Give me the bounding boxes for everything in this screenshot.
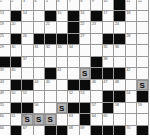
clue-number: 47 bbox=[103, 80, 107, 84]
cell-r1c6 bbox=[68, 11, 79, 22]
clue-number: 38 bbox=[103, 57, 107, 61]
cell-r7c7 bbox=[80, 80, 91, 91]
cell-r3c12[interactable] bbox=[137, 34, 148, 45]
cell-r7c2 bbox=[22, 80, 33, 91]
cell-r7c0[interactable]: 43 bbox=[0, 80, 10, 91]
cell-r4c7[interactable] bbox=[80, 45, 91, 56]
cell-r1c5[interactable]: 15 bbox=[57, 11, 68, 22]
cell-r1c2[interactable]: 14 bbox=[22, 11, 33, 22]
clue-number: 55 bbox=[0, 103, 4, 107]
cell-r2c9[interactable] bbox=[103, 22, 114, 33]
cell-r3c3 bbox=[34, 34, 45, 45]
cell-r9c4[interactable] bbox=[45, 103, 56, 114]
cell-r4c0[interactable]: 29 bbox=[0, 45, 10, 56]
clue-number: 22 bbox=[80, 22, 84, 26]
clue-number: 13 bbox=[0, 11, 4, 15]
cell-r6c5[interactable]: 41 bbox=[57, 68, 68, 79]
cell-r11c0[interactable]: 66 bbox=[0, 126, 10, 136]
cell-r1c11[interactable]: 18 bbox=[126, 11, 137, 22]
cell-r4c5[interactable]: 33 bbox=[57, 45, 68, 56]
cell-r4c11[interactable] bbox=[126, 45, 137, 56]
cell-r0c11[interactable]: 11 bbox=[126, 0, 137, 10]
cell-r7c6 bbox=[68, 80, 79, 91]
cell-r3c4 bbox=[45, 34, 56, 45]
cell-r11c11[interactable]: 70 bbox=[126, 126, 137, 136]
clue-number: 50 bbox=[11, 91, 15, 95]
cell-r1c4 bbox=[45, 11, 56, 22]
clue-number: 29 bbox=[0, 45, 4, 49]
clue-number: 4 bbox=[34, 0, 36, 3]
cell-r6c12[interactable] bbox=[137, 68, 148, 79]
cell-r6c8 bbox=[91, 68, 102, 79]
clue-number: 16 bbox=[80, 11, 84, 15]
cell-r7c11[interactable] bbox=[126, 80, 137, 91]
cell-r11c12 bbox=[137, 126, 148, 136]
cell-r10c6[interactable]: 63 bbox=[68, 114, 79, 125]
cell-r4c10[interactable]: 36 bbox=[114, 45, 125, 56]
clue-number: 53 bbox=[80, 91, 84, 95]
clue-number: 48 bbox=[115, 80, 119, 84]
cell-r7c12[interactable]: S bbox=[137, 80, 148, 91]
cell-r11c2[interactable]: 67 bbox=[22, 126, 33, 136]
cell-r9c7 bbox=[80, 103, 91, 114]
clue-number: 56 bbox=[34, 103, 38, 107]
clue-number: 41 bbox=[57, 68, 61, 72]
cell-r4c6[interactable]: 34 bbox=[68, 45, 79, 56]
clue-number: 60 bbox=[0, 114, 4, 118]
clue-number: 23 bbox=[92, 22, 96, 26]
clue-number: 10 bbox=[103, 0, 107, 3]
cell-r8c2[interactable]: 51 bbox=[22, 91, 33, 102]
cell-r8c8[interactable] bbox=[91, 91, 102, 102]
clue-number: 37 bbox=[23, 57, 27, 61]
cell-r9c5[interactable]: S bbox=[57, 103, 68, 114]
entered-letter: S bbox=[48, 115, 53, 125]
cell-r0c8[interactable]: 9 bbox=[91, 0, 102, 10]
cell-r0c10 bbox=[114, 0, 125, 10]
cell-r8c9 bbox=[103, 91, 114, 102]
clue-number: 6 bbox=[57, 0, 59, 3]
cell-r9c2 bbox=[22, 103, 33, 114]
cell-r3c6 bbox=[68, 34, 79, 45]
cell-r10c9[interactable]: 65 bbox=[103, 114, 114, 125]
cell-r3c8[interactable] bbox=[91, 34, 102, 45]
cell-r5c8 bbox=[91, 57, 102, 68]
cell-r6c6[interactable] bbox=[68, 68, 79, 79]
entered-letter: S bbox=[140, 80, 145, 90]
cell-r11c10 bbox=[114, 126, 125, 136]
cell-r3c7[interactable]: 27 bbox=[80, 34, 91, 45]
cell-r1c0[interactable]: 13 bbox=[0, 11, 10, 22]
cell-r2c4[interactable]: 21 bbox=[45, 22, 56, 33]
cell-r8c3[interactable] bbox=[34, 91, 45, 102]
cell-r5c12[interactable] bbox=[137, 57, 148, 68]
cell-r5c9[interactable]: 38 bbox=[103, 57, 114, 68]
clue-number: 58 bbox=[115, 103, 119, 107]
clue-number: 64 bbox=[92, 114, 96, 118]
cell-r4c3[interactable]: 31 bbox=[34, 45, 45, 56]
cell-r7c3[interactable]: 44 bbox=[34, 80, 45, 91]
cell-r11c8 bbox=[91, 126, 102, 136]
cell-r11c1 bbox=[11, 126, 22, 136]
cell-r9c10[interactable]: 58 bbox=[114, 103, 125, 114]
cell-r11c9 bbox=[103, 126, 114, 136]
clue-number: 3 bbox=[23, 0, 25, 3]
entered-letter: S bbox=[25, 115, 30, 125]
cell-r2c1[interactable]: 20 bbox=[11, 22, 22, 33]
clue-number: 30 bbox=[11, 45, 15, 49]
clue-number: 49 bbox=[0, 91, 4, 95]
cell-r2c11[interactable] bbox=[126, 22, 137, 33]
clue-number: 20 bbox=[11, 22, 15, 26]
clue-number: 18 bbox=[126, 11, 130, 15]
cell-r4c4[interactable]: 32 bbox=[45, 45, 56, 56]
clue-number: 1 bbox=[0, 0, 2, 3]
clue-number: 32 bbox=[46, 45, 50, 49]
cell-r3c10 bbox=[114, 34, 125, 45]
clue-number: 34 bbox=[69, 45, 73, 49]
clue-number: 14 bbox=[23, 11, 27, 15]
cell-r1c8 bbox=[91, 11, 102, 22]
cell-r8c5[interactable] bbox=[57, 91, 68, 102]
cell-r0c0[interactable]: 1 bbox=[0, 0, 10, 10]
clue-number: 44 bbox=[34, 80, 38, 84]
clue-number: 27 bbox=[80, 34, 84, 38]
clue-number: 25 bbox=[0, 34, 4, 38]
cell-r6c3[interactable] bbox=[34, 68, 45, 79]
cell-r8c6[interactable]: 52 bbox=[68, 91, 79, 102]
cell-r3c1 bbox=[11, 34, 22, 45]
cell-r9c9 bbox=[103, 103, 114, 114]
cell-r10c11[interactable] bbox=[126, 114, 137, 125]
cell-r5c6[interactable] bbox=[68, 57, 79, 68]
clue-number: 24 bbox=[115, 22, 119, 26]
cell-r8c11[interactable]: 54 bbox=[126, 91, 137, 102]
cell-r6c2[interactable] bbox=[22, 68, 33, 79]
clue-number: 42 bbox=[126, 68, 130, 72]
cell-r10c5[interactable] bbox=[57, 114, 68, 125]
cell-r2c3[interactable] bbox=[34, 22, 45, 33]
clue-number: 43 bbox=[0, 80, 4, 84]
cell-r5c1 bbox=[11, 57, 22, 68]
clue-number: 5 bbox=[46, 0, 48, 3]
cell-r5c0 bbox=[0, 57, 10, 68]
cell-r10c12[interactable] bbox=[137, 114, 148, 125]
cell-r10c0[interactable]: 60 bbox=[0, 114, 10, 125]
cell-r0c6[interactable]: 7 bbox=[68, 0, 79, 10]
clue-number: 52 bbox=[69, 91, 73, 95]
cell-r6c1[interactable]: 40 bbox=[11, 68, 22, 79]
cell-r5c3[interactable] bbox=[34, 57, 45, 68]
cell-r9c8[interactable]: 57 bbox=[91, 103, 102, 114]
cell-r5c10[interactable] bbox=[114, 57, 125, 68]
cell-r8c0[interactable]: 49 bbox=[0, 91, 10, 102]
cell-r7c5[interactable] bbox=[57, 80, 68, 91]
clue-number: 21 bbox=[46, 22, 50, 26]
cell-r10c7 bbox=[80, 114, 91, 125]
cell-r0c4[interactable]: 5 bbox=[45, 0, 56, 10]
clue-number: 67 bbox=[23, 126, 27, 130]
cell-r4c12[interactable] bbox=[137, 45, 148, 56]
cell-r0c9[interactable]: 10 bbox=[103, 0, 114, 10]
clue-number: 54 bbox=[126, 91, 130, 95]
cell-r5c5[interactable] bbox=[57, 57, 68, 68]
cell-r1c10 bbox=[114, 11, 125, 22]
cell-r2c7[interactable]: 22 bbox=[80, 22, 91, 33]
clue-number: 7 bbox=[69, 0, 71, 3]
cell-r3c11[interactable]: 28 bbox=[126, 34, 137, 45]
cell-r2c2[interactable] bbox=[22, 22, 33, 33]
cell-r9c11[interactable] bbox=[126, 103, 137, 114]
cell-r2c5[interactable] bbox=[57, 22, 68, 33]
cell-r5c11[interactable] bbox=[126, 57, 137, 68]
cell-r2c12[interactable] bbox=[137, 22, 148, 33]
entered-letter: S bbox=[59, 103, 64, 113]
cell-r5c2[interactable]: 37 bbox=[22, 57, 33, 68]
cell-r1c9[interactable]: 17 bbox=[103, 11, 114, 22]
clue-number: 39 bbox=[0, 68, 4, 72]
cell-r5c7[interactable] bbox=[80, 57, 91, 68]
clue-number: 46 bbox=[92, 80, 96, 84]
cell-r0c2[interactable]: 3 bbox=[22, 0, 33, 10]
cell-r0c12[interactable]: 12 bbox=[137, 0, 148, 10]
cell-r7c1 bbox=[11, 80, 22, 91]
cell-r6c10 bbox=[114, 68, 125, 79]
clue-number: 51 bbox=[23, 91, 27, 95]
cell-r7c9[interactable]: 47 bbox=[103, 80, 114, 91]
cell-r11c3[interactable] bbox=[34, 126, 45, 136]
cell-r7c4[interactable]: 45 bbox=[45, 80, 56, 91]
cell-r10c10[interactable] bbox=[114, 114, 125, 125]
cell-r9c0[interactable]: 55 bbox=[0, 103, 10, 114]
clue-number: 59 bbox=[138, 103, 142, 107]
clue-number: 63 bbox=[69, 114, 73, 118]
clue-number: 40 bbox=[11, 68, 15, 72]
cell-r9c12[interactable]: 59 bbox=[137, 103, 148, 114]
cell-r4c1[interactable]: 30 bbox=[11, 45, 22, 56]
cell-r3c5 bbox=[57, 34, 68, 45]
cell-r6c4 bbox=[45, 68, 56, 79]
clue-number: 26 bbox=[23, 34, 27, 38]
crossword-grid: 1234567891011121314151617181920212223242… bbox=[0, 0, 149, 135]
cell-r2c6 bbox=[68, 22, 79, 33]
cell-r4c9[interactable]: 35 bbox=[103, 45, 114, 56]
clue-number: 66 bbox=[0, 126, 4, 130]
cell-r10c4[interactable]: S bbox=[45, 114, 56, 125]
clue-number: 2 bbox=[11, 0, 13, 3]
cell-r4c2[interactable] bbox=[22, 45, 33, 56]
cell-r8c10 bbox=[114, 91, 125, 102]
clue-number: 35 bbox=[103, 45, 107, 49]
cell-r0c7[interactable]: 8 bbox=[80, 0, 91, 10]
clue-number: 19 bbox=[0, 22, 4, 26]
clue-number: 11 bbox=[126, 0, 130, 3]
cell-r7c10[interactable]: 48 bbox=[114, 80, 125, 91]
cell-r10c1[interactable]: 61 bbox=[11, 114, 22, 125]
clue-number: 69 bbox=[80, 126, 84, 130]
clue-number: 15 bbox=[57, 11, 61, 15]
crossword-frame: 1234567891011121314151617181920212223242… bbox=[0, 0, 150, 135]
cell-r3c2[interactable]: 26 bbox=[22, 34, 33, 45]
cell-r9c3[interactable]: 56 bbox=[34, 103, 45, 114]
entered-letter: S bbox=[82, 69, 87, 79]
cell-r6c11[interactable]: 42 bbox=[126, 68, 137, 79]
cell-r1c12[interactable] bbox=[137, 11, 148, 22]
cell-r8c12 bbox=[137, 91, 148, 102]
cell-r7c8[interactable]: 46 bbox=[91, 80, 102, 91]
clue-number: 61 bbox=[11, 114, 15, 118]
cell-r3c0[interactable]: 25 bbox=[0, 34, 10, 45]
cell-r2c8[interactable]: 23 bbox=[91, 22, 102, 33]
cell-r10c2[interactable]: 62S bbox=[22, 114, 33, 125]
cell-r11c6[interactable]: 68 bbox=[68, 126, 79, 136]
cell-r6c9 bbox=[103, 68, 114, 79]
cell-r9c1 bbox=[11, 103, 22, 114]
cell-r1c7[interactable]: 16 bbox=[80, 11, 91, 22]
clue-number: 45 bbox=[46, 80, 50, 84]
cell-r0c5[interactable]: 6 bbox=[57, 0, 68, 10]
cell-r9c6 bbox=[68, 103, 79, 114]
clue-number: 31 bbox=[34, 45, 38, 49]
clue-number: 28 bbox=[126, 34, 130, 38]
cell-r11c5 bbox=[57, 126, 68, 136]
clue-number: 17 bbox=[103, 11, 107, 15]
clue-number: 65 bbox=[103, 114, 107, 118]
cell-r4c8[interactable] bbox=[91, 45, 102, 56]
clue-number: 57 bbox=[92, 103, 96, 107]
cell-r2c0[interactable]: 19 bbox=[0, 22, 10, 33]
cell-r11c7[interactable]: 69 bbox=[80, 126, 91, 136]
cell-r0c3[interactable]: 4 bbox=[34, 0, 45, 10]
cell-r10c8[interactable]: 64 bbox=[91, 114, 102, 125]
clue-number: 68 bbox=[69, 126, 73, 130]
cell-r2c10[interactable]: 24 bbox=[114, 22, 125, 33]
cell-r5c4[interactable] bbox=[45, 57, 56, 68]
clue-number: 33 bbox=[57, 45, 61, 49]
cell-r6c7[interactable]: S bbox=[80, 68, 91, 79]
cell-r3c9 bbox=[103, 34, 114, 45]
cell-r1c3[interactable] bbox=[34, 11, 45, 22]
clue-number: 8 bbox=[80, 0, 82, 3]
cell-r8c7[interactable]: 53 bbox=[80, 91, 91, 102]
clue-number: 70 bbox=[126, 126, 130, 130]
cell-r6c0[interactable]: 39 bbox=[0, 68, 10, 79]
entered-letter: S bbox=[36, 115, 41, 125]
cell-r11c4 bbox=[45, 126, 56, 136]
clue-number: 9 bbox=[92, 0, 94, 3]
cell-r1c1 bbox=[11, 11, 22, 22]
cell-r0c1[interactable]: 2 bbox=[11, 0, 22, 10]
cell-r10c3[interactable]: S bbox=[34, 114, 45, 125]
cell-r8c1[interactable]: 50 bbox=[11, 91, 22, 102]
clue-number: 12 bbox=[138, 0, 142, 3]
clue-number: 36 bbox=[115, 45, 119, 49]
cell-r8c4[interactable] bbox=[45, 91, 56, 102]
